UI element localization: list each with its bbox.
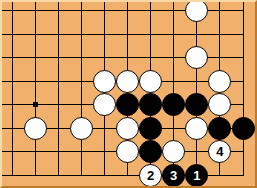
white-stone bbox=[208, 70, 231, 93]
black-stone-move-1: 1 bbox=[185, 164, 208, 187]
grid-line-vertical bbox=[12, 2, 13, 176]
black-stone bbox=[139, 117, 162, 140]
white-stone bbox=[185, 46, 208, 69]
black-stone bbox=[139, 140, 162, 163]
grid-line-vertical bbox=[58, 2, 59, 176]
white-stone bbox=[70, 117, 93, 140]
star-point bbox=[33, 102, 38, 107]
white-stone-move-4: 4 bbox=[208, 140, 231, 163]
white-stone bbox=[116, 70, 139, 93]
grid-line-horizontal bbox=[2, 34, 244, 35]
white-stone bbox=[93, 70, 116, 93]
black-stone bbox=[162, 93, 185, 116]
white-stone bbox=[139, 70, 162, 93]
black-stone bbox=[232, 117, 255, 140]
white-stone bbox=[185, 117, 208, 140]
grid-line-vertical bbox=[81, 2, 82, 176]
black-stone bbox=[208, 117, 231, 140]
black-stone bbox=[116, 93, 139, 116]
black-stone-move-3: 3 bbox=[162, 164, 185, 187]
white-stone bbox=[116, 140, 139, 163]
white-stone bbox=[24, 117, 47, 140]
go-diagram: 4231 bbox=[0, 0, 257, 188]
grid-line-vertical bbox=[196, 2, 197, 176]
go-board: 4231 bbox=[2, 2, 255, 186]
white-stone bbox=[116, 117, 139, 140]
black-stone bbox=[185, 93, 208, 116]
white-stone bbox=[208, 93, 231, 116]
white-stone bbox=[162, 140, 185, 163]
black-stone bbox=[139, 93, 162, 116]
white-stone bbox=[93, 93, 116, 116]
grid-line-vertical bbox=[243, 2, 244, 176]
grid-line-vertical bbox=[35, 2, 36, 176]
white-stone bbox=[185, 2, 208, 22]
white-stone-move-2: 2 bbox=[139, 164, 162, 187]
